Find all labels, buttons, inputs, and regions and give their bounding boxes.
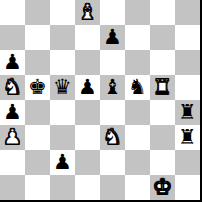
square-c5[interactable]: ♛	[50, 75, 75, 100]
square-b3[interactable]	[25, 125, 50, 150]
square-d4[interactable]	[75, 100, 100, 125]
black-pawn-a4[interactable]: ♟	[0, 100, 25, 125]
square-g2[interactable]	[150, 150, 175, 175]
black-pawn-a6[interactable]: ♟	[0, 50, 25, 75]
black-king-b5[interactable]: ♚	[25, 75, 50, 100]
black-bishop-e5[interactable]: ♝	[100, 75, 125, 100]
white-knight-e3[interactable]: ♞	[100, 125, 125, 150]
square-a6[interactable]: ♟	[0, 50, 25, 75]
white-king-g1[interactable]: ♚	[150, 175, 175, 200]
square-f3[interactable]	[125, 125, 150, 150]
square-e5[interactable]: ♝	[100, 75, 125, 100]
square-f6[interactable]	[125, 50, 150, 75]
square-e8[interactable]	[100, 0, 125, 25]
square-d1[interactable]	[75, 175, 100, 200]
square-h4[interactable]: ♜	[175, 100, 200, 125]
square-c7[interactable]	[50, 25, 75, 50]
square-h6[interactable]	[175, 50, 200, 75]
square-a1[interactable]	[0, 175, 25, 200]
square-e1[interactable]	[100, 175, 125, 200]
square-d7[interactable]	[75, 25, 100, 50]
square-h3[interactable]: ♜	[175, 125, 200, 150]
square-f4[interactable]	[125, 100, 150, 125]
square-d2[interactable]	[75, 150, 100, 175]
white-bishop-d8[interactable]: ♝	[75, 0, 100, 25]
black-pawn-e7[interactable]: ♟	[100, 25, 125, 50]
black-pawn-c2[interactable]: ♟	[50, 150, 75, 175]
square-c8[interactable]	[50, 0, 75, 25]
black-rook-h3[interactable]: ♜	[175, 125, 200, 150]
square-a4[interactable]: ♟	[0, 100, 25, 125]
square-g4[interactable]	[150, 100, 175, 125]
square-d5[interactable]: ♟	[75, 75, 100, 100]
square-e4[interactable]	[100, 100, 125, 125]
square-h1[interactable]	[175, 175, 200, 200]
square-g8[interactable]	[150, 0, 175, 25]
chess-diagram: ♝♟♟♞♚♛♟♝♞♜♟♜♟♞♜♟♚	[0, 0, 202, 202]
square-e2[interactable]	[100, 150, 125, 175]
square-b8[interactable]	[25, 0, 50, 25]
white-knight-a5[interactable]: ♞	[0, 75, 25, 100]
square-b5[interactable]: ♚	[25, 75, 50, 100]
square-h2[interactable]	[175, 150, 200, 175]
square-c2[interactable]: ♟	[50, 150, 75, 175]
square-b4[interactable]	[25, 100, 50, 125]
square-f8[interactable]	[125, 0, 150, 25]
black-knight-f5[interactable]: ♞	[125, 75, 150, 100]
square-a2[interactable]	[0, 150, 25, 175]
square-e3[interactable]: ♞	[100, 125, 125, 150]
square-b1[interactable]	[25, 175, 50, 200]
square-c6[interactable]	[50, 50, 75, 75]
square-c3[interactable]	[50, 125, 75, 150]
black-rook-h4[interactable]: ♜	[175, 100, 200, 125]
square-a8[interactable]	[0, 0, 25, 25]
square-c1[interactable]	[50, 175, 75, 200]
square-d8[interactable]: ♝	[75, 0, 100, 25]
square-f2[interactable]	[125, 150, 150, 175]
square-f5[interactable]: ♞	[125, 75, 150, 100]
square-a5[interactable]: ♞	[0, 75, 25, 100]
square-h5[interactable]	[175, 75, 200, 100]
square-g7[interactable]	[150, 25, 175, 50]
black-pawn-d5[interactable]: ♟	[75, 75, 100, 100]
square-g5[interactable]: ♜	[150, 75, 175, 100]
square-f1[interactable]	[125, 175, 150, 200]
square-f7[interactable]	[125, 25, 150, 50]
square-d6[interactable]	[75, 50, 100, 75]
square-e6[interactable]	[100, 50, 125, 75]
square-c4[interactable]	[50, 100, 75, 125]
square-b7[interactable]	[25, 25, 50, 50]
square-d3[interactable]	[75, 125, 100, 150]
white-pawn-a3[interactable]: ♟	[0, 125, 25, 150]
chess-board: ♝♟♟♞♚♛♟♝♞♜♟♜♟♞♜♟♚	[0, 0, 202, 202]
square-h7[interactable]	[175, 25, 200, 50]
square-g3[interactable]	[150, 125, 175, 150]
square-a7[interactable]	[0, 25, 25, 50]
square-b6[interactable]	[25, 50, 50, 75]
square-e7[interactable]: ♟	[100, 25, 125, 50]
square-a3[interactable]: ♟	[0, 125, 25, 150]
square-h8[interactable]	[175, 0, 200, 25]
square-b2[interactable]	[25, 150, 50, 175]
square-g6[interactable]	[150, 50, 175, 75]
white-rook-g5[interactable]: ♜	[150, 75, 175, 100]
square-g1[interactable]: ♚	[150, 175, 175, 200]
black-queen-c5[interactable]: ♛	[50, 75, 75, 100]
